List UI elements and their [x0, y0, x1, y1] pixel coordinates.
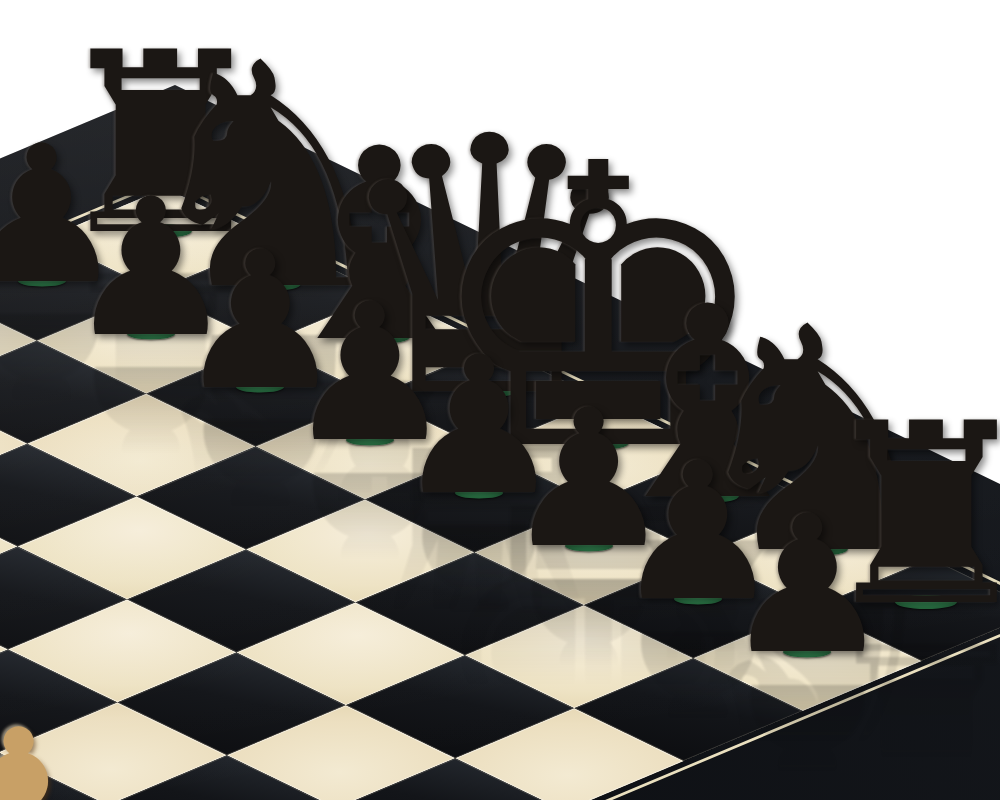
chess-set-photo: ♜♜♞♞♝♝♛♛♚♚♝♝♞♞♜♜♟♟♟♟♟♟♟♟♟♟♟♟♟♟♟♟♟♟ — [0, 0, 1000, 800]
piece-black-pawn-h7: ♟ — [722, 491, 892, 681]
piece-white-pawn-f2: ♟ — [0, 705, 104, 800]
